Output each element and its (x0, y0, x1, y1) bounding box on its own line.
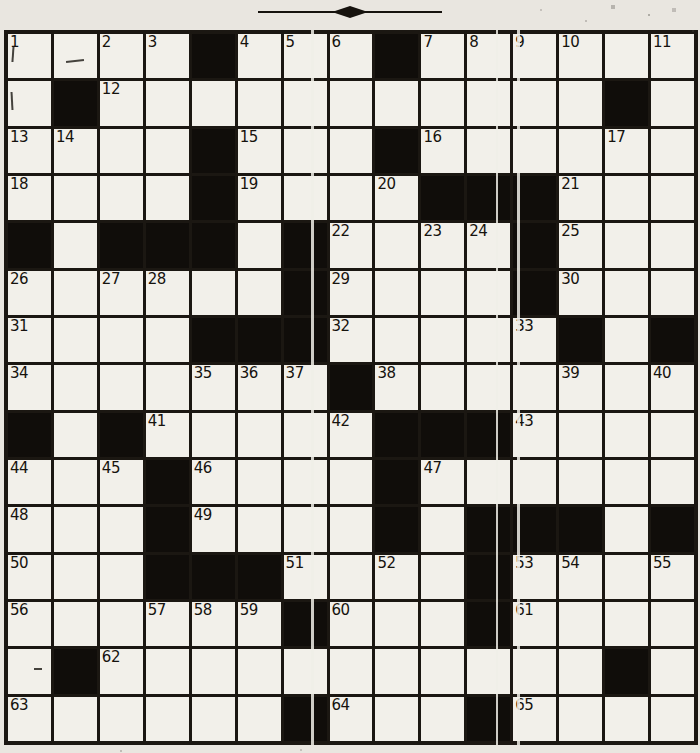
cell-r3c1[interactable]: 13 (8, 129, 51, 173)
clue-number-60: 60 (332, 602, 350, 619)
clue-number-11: 11 (653, 34, 671, 51)
cell-r11c3[interactable] (100, 507, 143, 551)
clue-number-30: 30 (561, 271, 579, 288)
black-cell-r5c3 (100, 223, 143, 267)
cell-r8c6[interactable]: 36 (238, 365, 281, 409)
black-cell-r9c3 (100, 413, 143, 457)
clue-number-44: 44 (10, 460, 28, 477)
clue-number-50: 50 (10, 555, 28, 572)
cell-r3c10[interactable]: 16 (421, 129, 464, 173)
cell-r2c11[interactable] (467, 81, 510, 125)
black-cell-r12c11 (467, 555, 510, 599)
clue-number-45: 45 (102, 460, 120, 477)
cell-r4c8[interactable] (330, 176, 373, 220)
cell-r13c8[interactable]: 60 (330, 602, 373, 646)
clue-number-12: 12 (102, 81, 120, 98)
black-cell-r4c11 (467, 176, 510, 220)
clue-number-62: 62 (102, 649, 120, 666)
black-cell-r14c2 (54, 649, 97, 693)
paper-noise (0, 0, 2, 2)
cell-r6c1[interactable]: 26 (8, 271, 51, 315)
cell-r2c1[interactable] (8, 81, 51, 125)
cell-r5c9[interactable] (375, 223, 418, 267)
clue-number-42: 42 (332, 413, 350, 430)
scan-streak (517, 30, 520, 745)
cell-r2c5[interactable] (192, 81, 235, 125)
cell-r3c2[interactable]: 14 (54, 129, 97, 173)
black-cell-r5c5 (192, 223, 235, 267)
cell-r15c15[interactable] (651, 697, 694, 741)
cell-r7c3[interactable] (100, 318, 143, 362)
clue-number-63: 63 (10, 697, 28, 714)
cell-r8c7[interactable]: 37 (284, 365, 327, 409)
cell-r4c9[interactable]: 20 (375, 176, 418, 220)
cell-r14c10[interactable] (421, 649, 464, 693)
cell-r12c2[interactable] (54, 555, 97, 599)
black-cell-r11c4 (146, 507, 189, 551)
cell-r12c10[interactable] (421, 555, 464, 599)
cell-r9c7[interactable] (284, 413, 327, 457)
clue-number-31: 31 (10, 318, 28, 335)
cell-r8c10[interactable] (421, 365, 464, 409)
cell-r1c11[interactable]: 8 (467, 34, 510, 78)
cell-r8c13[interactable]: 39 (559, 365, 602, 409)
cell-r8c11[interactable] (467, 365, 510, 409)
cell-r10c7[interactable] (284, 460, 327, 504)
cell-r13c13[interactable] (559, 602, 602, 646)
black-cell-r11c11 (467, 507, 510, 551)
cell-r3c4[interactable] (146, 129, 189, 173)
black-cell-r3c5 (192, 129, 235, 173)
cell-r13c3[interactable] (100, 602, 143, 646)
black-cell-r7c13 (559, 318, 602, 362)
clue-number-52: 52 (377, 555, 395, 572)
cell-r14c11[interactable] (467, 649, 510, 693)
black-cell-r15c7 (284, 697, 327, 741)
cell-r11c8[interactable] (330, 507, 373, 551)
cell-r14c15[interactable] (651, 649, 694, 693)
black-cell-r4c10 (421, 176, 464, 220)
clue-number-10: 10 (561, 34, 579, 51)
cell-r1c8[interactable]: 6 (330, 34, 373, 78)
clue-number-57: 57 (148, 602, 166, 619)
cell-r11c7[interactable] (284, 507, 327, 551)
cell-r6c11[interactable] (467, 271, 510, 315)
cell-r1c4[interactable]: 3 (146, 34, 189, 78)
cell-r3c14[interactable]: 17 (605, 129, 648, 173)
cell-r6c5[interactable] (192, 271, 235, 315)
cell-r9c14[interactable] (605, 413, 648, 457)
cell-r2c3[interactable]: 12 (100, 81, 143, 125)
cell-r6c2[interactable] (54, 271, 97, 315)
black-cell-r7c5 (192, 318, 235, 362)
clue-number-2: 2 (102, 34, 111, 51)
cell-r15c13[interactable] (559, 697, 602, 741)
cell-r4c14[interactable] (605, 176, 648, 220)
cell-r6c13[interactable]: 30 (559, 271, 602, 315)
cell-r15c4[interactable] (146, 697, 189, 741)
cell-r9c5[interactable] (192, 413, 235, 457)
clue-number-18: 18 (10, 176, 28, 193)
cell-r1c3[interactable]: 2 (100, 34, 143, 78)
cell-r4c2[interactable] (54, 176, 97, 220)
cell-r9c13[interactable] (559, 413, 602, 457)
cell-r4c4[interactable] (146, 176, 189, 220)
cell-r4c3[interactable] (100, 176, 143, 220)
clue-number-28: 28 (148, 271, 166, 288)
cell-r12c7[interactable]: 51 (284, 555, 327, 599)
cell-r13c1[interactable]: 56 (8, 602, 51, 646)
black-cell-r13c7 (284, 602, 327, 646)
cell-r7c14[interactable] (605, 318, 648, 362)
cell-r6c9[interactable] (375, 271, 418, 315)
cell-r11c2[interactable] (54, 507, 97, 551)
cell-r10c3[interactable]: 45 (100, 460, 143, 504)
cell-r15c3[interactable] (100, 697, 143, 741)
cell-r13c4[interactable]: 57 (146, 602, 189, 646)
cell-r6c14[interactable] (605, 271, 648, 315)
clue-number-4: 4 (240, 34, 249, 51)
cell-r11c5[interactable]: 49 (192, 507, 235, 551)
black-cell-r10c9 (375, 460, 418, 504)
cell-r15c10[interactable] (421, 697, 464, 741)
cell-r8c9[interactable]: 38 (375, 365, 418, 409)
cell-r12c3[interactable] (100, 555, 143, 599)
clue-number-48: 48 (10, 507, 28, 524)
cell-r4c6[interactable]: 19 (238, 176, 281, 220)
cell-r14c7[interactable] (284, 649, 327, 693)
cell-r7c2[interactable] (54, 318, 97, 362)
cell-r6c15[interactable] (651, 271, 694, 315)
cell-r12c14[interactable] (605, 555, 648, 599)
clue-number-22: 22 (332, 223, 350, 240)
cell-r7c9[interactable] (375, 318, 418, 362)
black-cell-r12c5 (192, 555, 235, 599)
cell-r5c13[interactable]: 25 (559, 223, 602, 267)
cell-r10c15[interactable] (651, 460, 694, 504)
cell-r3c7[interactable] (284, 129, 327, 173)
cell-r3c11[interactable] (467, 129, 510, 173)
black-cell-r11c9 (375, 507, 418, 551)
cell-r12c1[interactable]: 50 (8, 555, 51, 599)
cell-r14c6[interactable] (238, 649, 281, 693)
cell-r3c6[interactable]: 15 (238, 129, 281, 173)
cell-r4c15[interactable] (651, 176, 694, 220)
clue-number-8: 8 (469, 34, 478, 51)
cell-r14c3[interactable]: 62 (100, 649, 143, 693)
black-cell-r7c15 (651, 318, 694, 362)
clue-number-40: 40 (653, 365, 671, 382)
cell-r9c6[interactable] (238, 413, 281, 457)
clue-number-20: 20 (377, 176, 395, 193)
cell-r13c14[interactable] (605, 602, 648, 646)
clue-number-58: 58 (194, 602, 212, 619)
cell-r8c3[interactable] (100, 365, 143, 409)
cell-r13c9[interactable] (375, 602, 418, 646)
clue-number-5: 5 (286, 34, 295, 51)
cell-r8c5[interactable]: 35 (192, 365, 235, 409)
cell-r12c13[interactable]: 54 (559, 555, 602, 599)
cell-r7c8[interactable]: 32 (330, 318, 373, 362)
cell-r5c10[interactable]: 23 (421, 223, 464, 267)
cell-r1c6[interactable]: 4 (238, 34, 281, 78)
cell-r10c5[interactable]: 46 (192, 460, 235, 504)
cell-r2c9[interactable] (375, 81, 418, 125)
cell-r15c8[interactable]: 64 (330, 697, 373, 741)
cell-r14c1[interactable] (8, 649, 51, 693)
cell-r2c15[interactable] (651, 81, 694, 125)
clue-number-51: 51 (286, 555, 304, 572)
cell-r10c11[interactable] (467, 460, 510, 504)
clue-number-47: 47 (423, 460, 441, 477)
cell-r1c14[interactable] (605, 34, 648, 78)
cell-r13c10[interactable] (421, 602, 464, 646)
black-cell-r11c15 (651, 507, 694, 551)
cell-r10c2[interactable] (54, 460, 97, 504)
black-cell-r8c8 (330, 365, 373, 409)
clue-number-17: 17 (607, 129, 625, 146)
black-cell-r2c2 (54, 81, 97, 125)
cell-r4c7[interactable] (284, 176, 327, 220)
cell-r6c4[interactable]: 28 (146, 271, 189, 315)
cell-r15c1[interactable]: 63 (8, 697, 51, 741)
black-cell-r13c11 (467, 602, 510, 646)
black-cell-r12c6 (238, 555, 281, 599)
scanned-newspaper-page: 1234567891011121314151617181920212223242… (0, 0, 700, 753)
cell-r14c9[interactable] (375, 649, 418, 693)
clue-number-25: 25 (561, 223, 579, 240)
cell-r9c15[interactable] (651, 413, 694, 457)
cell-r7c10[interactable] (421, 318, 464, 362)
clue-number-13: 13 (10, 129, 28, 146)
clue-number-59: 59 (240, 602, 258, 619)
clue-number-54: 54 (561, 555, 579, 572)
black-cell-r5c7 (284, 223, 327, 267)
cell-r4c1[interactable]: 18 (8, 176, 51, 220)
cell-r9c4[interactable]: 41 (146, 413, 189, 457)
cell-r1c1[interactable]: 1 (8, 34, 51, 78)
cell-r7c1[interactable]: 31 (8, 318, 51, 362)
black-cell-r7c7 (284, 318, 327, 362)
black-cell-r2c14 (605, 81, 648, 125)
cell-r14c4[interactable] (146, 649, 189, 693)
cell-r5c14[interactable] (605, 223, 648, 267)
clue-number-24: 24 (469, 223, 487, 240)
clue-number-3: 3 (148, 34, 157, 51)
cell-r12c15[interactable]: 55 (651, 555, 694, 599)
cell-r15c2[interactable] (54, 697, 97, 741)
cell-r8c2[interactable] (54, 365, 97, 409)
cell-r10c1[interactable]: 44 (8, 460, 51, 504)
cell-r13c2[interactable] (54, 602, 97, 646)
clue-number-34: 34 (10, 365, 28, 382)
black-cell-r9c11 (467, 413, 510, 457)
black-cell-r5c1 (8, 223, 51, 267)
cell-r2c7[interactable] (284, 81, 327, 125)
clue-number-14: 14 (56, 129, 74, 146)
black-cell-r9c1 (8, 413, 51, 457)
cell-r5c6[interactable] (238, 223, 281, 267)
cell-r11c1[interactable]: 48 (8, 507, 51, 551)
black-cell-r6c7 (284, 271, 327, 315)
cell-r15c9[interactable] (375, 697, 418, 741)
cell-r12c8[interactable] (330, 555, 373, 599)
cell-r12c9[interactable]: 52 (375, 555, 418, 599)
divider-ornament (258, 4, 442, 20)
black-cell-r12c4 (146, 555, 189, 599)
black-cell-r10c4 (146, 460, 189, 504)
cell-r10c14[interactable] (605, 460, 648, 504)
cell-r4c13[interactable]: 21 (559, 176, 602, 220)
cell-r1c10[interactable]: 7 (421, 34, 464, 78)
black-cell-r1c5 (192, 34, 235, 78)
clue-number-16: 16 (423, 129, 441, 146)
ink-smudge (34, 668, 42, 670)
clue-number-41: 41 (148, 413, 166, 430)
cell-r3c15[interactable] (651, 129, 694, 173)
cell-r13c15[interactable] (651, 602, 694, 646)
cell-r5c2[interactable] (54, 223, 97, 267)
black-cell-r9c10 (421, 413, 464, 457)
scan-streak (311, 30, 314, 745)
cell-r11c10[interactable] (421, 507, 464, 551)
cell-r5c15[interactable] (651, 223, 694, 267)
cell-r9c8[interactable]: 42 (330, 413, 373, 457)
clue-number-6: 6 (332, 34, 341, 51)
black-cell-r7c6 (238, 318, 281, 362)
cell-r2c13[interactable] (559, 81, 602, 125)
cell-r6c6[interactable] (238, 271, 281, 315)
clue-number-56: 56 (10, 602, 28, 619)
cell-r2c6[interactable] (238, 81, 281, 125)
cell-r1c7[interactable]: 5 (284, 34, 327, 78)
clue-number-37: 37 (286, 365, 304, 382)
cell-r6c8[interactable]: 29 (330, 271, 373, 315)
clue-number-35: 35 (194, 365, 212, 382)
cell-r6c3[interactable]: 27 (100, 271, 143, 315)
cell-r13c6[interactable]: 59 (238, 602, 281, 646)
crossword-grid: 1234567891011121314151617181920212223242… (4, 30, 698, 745)
cell-r1c15[interactable]: 11 (651, 34, 694, 78)
cell-r1c2[interactable] (54, 34, 97, 78)
cell-r3c8[interactable] (330, 129, 373, 173)
clue-number-27: 27 (102, 271, 120, 288)
cell-r7c11[interactable] (467, 318, 510, 362)
cell-r6c10[interactable] (421, 271, 464, 315)
clue-number-21: 21 (561, 176, 579, 193)
diamond-icon (332, 6, 368, 18)
black-cell-r14c14 (605, 649, 648, 693)
clue-number-38: 38 (377, 365, 395, 382)
cell-r10c8[interactable] (330, 460, 373, 504)
cell-r5c11[interactable]: 24 (467, 223, 510, 267)
cell-r14c5[interactable] (192, 649, 235, 693)
black-cell-r1c9 (375, 34, 418, 78)
cell-r10c6[interactable] (238, 460, 281, 504)
cell-r8c15[interactable]: 40 (651, 365, 694, 409)
clue-number-23: 23 (423, 223, 441, 240)
cell-r11c6[interactable] (238, 507, 281, 551)
clue-number-32: 32 (332, 318, 350, 335)
clue-number-55: 55 (653, 555, 671, 572)
black-cell-r15c11 (467, 697, 510, 741)
cell-r1c13[interactable]: 10 (559, 34, 602, 78)
clue-number-46: 46 (194, 460, 212, 477)
cell-r15c6[interactable] (238, 697, 281, 741)
cell-r10c10[interactable]: 47 (421, 460, 464, 504)
cell-r8c14[interactable] (605, 365, 648, 409)
cell-r13c5[interactable]: 58 (192, 602, 235, 646)
cell-r14c8[interactable] (330, 649, 373, 693)
scan-streak (496, 30, 498, 745)
clue-number-49: 49 (194, 507, 212, 524)
clue-number-39: 39 (561, 365, 579, 382)
cell-r3c3[interactable] (100, 129, 143, 173)
cell-r11c14[interactable] (605, 507, 648, 551)
black-cell-r4c5 (192, 176, 235, 220)
clue-number-64: 64 (332, 697, 350, 714)
cell-r10c13[interactable] (559, 460, 602, 504)
cell-r7c4[interactable] (146, 318, 189, 362)
clue-number-7: 7 (423, 34, 432, 51)
clue-number-36: 36 (240, 365, 258, 382)
cell-r3c13[interactable] (559, 129, 602, 173)
cell-r15c14[interactable] (605, 697, 648, 741)
cell-r2c10[interactable] (421, 81, 464, 125)
black-cell-r11c13 (559, 507, 602, 551)
cell-r14c13[interactable] (559, 649, 602, 693)
cell-r2c4[interactable] (146, 81, 189, 125)
black-cell-r9c9 (375, 413, 418, 457)
black-cell-r3c9 (375, 129, 418, 173)
cell-r8c4[interactable] (146, 365, 189, 409)
cell-r9c2[interactable] (54, 413, 97, 457)
cell-r5c8[interactable]: 22 (330, 223, 373, 267)
clue-number-15: 15 (240, 129, 258, 146)
clue-number-26: 26 (10, 271, 28, 288)
cell-r15c5[interactable] (192, 697, 235, 741)
cell-r8c1[interactable]: 34 (8, 365, 51, 409)
cell-r2c8[interactable] (330, 81, 373, 125)
clue-number-29: 29 (332, 271, 350, 288)
black-cell-r5c4 (146, 223, 189, 267)
clue-number-19: 19 (240, 176, 258, 193)
